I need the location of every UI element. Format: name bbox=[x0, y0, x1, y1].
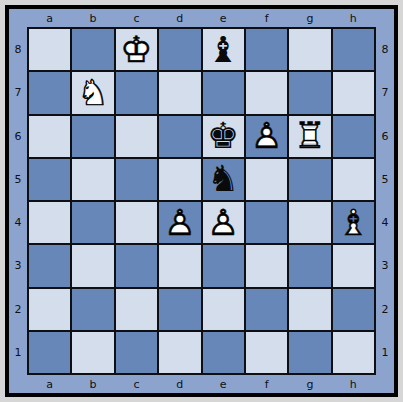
square-d4[interactable]: ♟♙ bbox=[159, 202, 200, 243]
square-f6[interactable]: ♟♙ bbox=[246, 116, 287, 157]
square-b7[interactable]: ♞♘ bbox=[72, 72, 113, 113]
square-c1[interactable] bbox=[116, 332, 157, 373]
square-c6[interactable] bbox=[116, 116, 157, 157]
rank-label: 1 bbox=[9, 332, 27, 373]
square-b8[interactable] bbox=[72, 29, 113, 70]
square-g1[interactable] bbox=[289, 332, 330, 373]
square-f5[interactable] bbox=[246, 159, 287, 200]
file-label: b bbox=[72, 9, 113, 27]
rank-label: 6 bbox=[9, 116, 27, 157]
white-pawn[interactable]: ♙ bbox=[203, 205, 244, 241]
square-f7[interactable] bbox=[246, 72, 287, 113]
square-c3[interactable] bbox=[116, 245, 157, 286]
black-bishop[interactable]: ♝ bbox=[203, 32, 244, 68]
square-g7[interactable] bbox=[289, 72, 330, 113]
square-a6[interactable] bbox=[29, 116, 70, 157]
rank-label: 3 bbox=[376, 245, 394, 286]
file-label: e bbox=[203, 375, 244, 393]
square-b3[interactable] bbox=[72, 245, 113, 286]
square-e8[interactable]: ♝ bbox=[203, 29, 244, 70]
white-rook[interactable]: ♖ bbox=[289, 118, 330, 154]
square-d6[interactable] bbox=[159, 116, 200, 157]
square-b6[interactable] bbox=[72, 116, 113, 157]
black-king[interactable]: ♚ bbox=[203, 118, 244, 154]
square-e1[interactable] bbox=[203, 332, 244, 373]
file-label: d bbox=[159, 375, 200, 393]
file-label: h bbox=[333, 9, 374, 27]
square-g2[interactable] bbox=[289, 289, 330, 330]
square-d2[interactable] bbox=[159, 289, 200, 330]
rank-label: 1 bbox=[376, 332, 394, 373]
file-labels-bottom: a b c d e f g h bbox=[29, 375, 374, 393]
white-knight-fill: ♞ bbox=[72, 75, 113, 111]
square-a5[interactable] bbox=[29, 159, 70, 200]
file-label: f bbox=[246, 9, 287, 27]
square-h1[interactable] bbox=[333, 332, 374, 373]
square-h6[interactable] bbox=[333, 116, 374, 157]
file-label: b bbox=[72, 375, 113, 393]
square-g6[interactable]: ♜♖ bbox=[289, 116, 330, 157]
coordinate-band: a b c d e f g h a b c d e f g h 8 bbox=[9, 9, 394, 393]
square-b4[interactable] bbox=[72, 202, 113, 243]
square-e4[interactable]: ♟♙ bbox=[203, 202, 244, 243]
square-h4[interactable]: ♝♗ bbox=[333, 202, 374, 243]
white-king[interactable]: ♔ bbox=[116, 32, 157, 68]
square-g5[interactable] bbox=[289, 159, 330, 200]
square-h3[interactable] bbox=[333, 245, 374, 286]
rank-label: 5 bbox=[376, 159, 394, 200]
rank-labels-right: 8 7 6 5 4 3 2 1 bbox=[376, 29, 394, 373]
rank-label: 6 bbox=[376, 116, 394, 157]
square-b5[interactable] bbox=[72, 159, 113, 200]
square-c5[interactable] bbox=[116, 159, 157, 200]
square-g4[interactable] bbox=[289, 202, 330, 243]
white-pawn-fill: ♟ bbox=[246, 118, 287, 154]
chess-diagram: a b c d e f g h a b c d e f g h 8 bbox=[0, 0, 403, 402]
file-label: c bbox=[116, 9, 157, 27]
white-knight[interactable]: ♘ bbox=[72, 75, 113, 111]
square-b2[interactable] bbox=[72, 289, 113, 330]
square-a8[interactable] bbox=[29, 29, 70, 70]
white-bishop[interactable]: ♗ bbox=[333, 205, 374, 241]
file-label: g bbox=[289, 9, 330, 27]
square-c8[interactable]: ♚♔ bbox=[116, 29, 157, 70]
square-f8[interactable] bbox=[246, 29, 287, 70]
square-h7[interactable] bbox=[333, 72, 374, 113]
square-c4[interactable] bbox=[116, 202, 157, 243]
rank-labels-left: 8 7 6 5 4 3 2 1 bbox=[9, 29, 27, 373]
square-c7[interactable] bbox=[116, 72, 157, 113]
white-rook-fill: ♜ bbox=[289, 118, 330, 154]
board-frame: a b c d e f g h a b c d e f g h 8 bbox=[5, 5, 398, 397]
file-labels-top: a b c d e f g h bbox=[29, 9, 374, 27]
rank-label: 8 bbox=[9, 29, 27, 70]
square-f1[interactable] bbox=[246, 332, 287, 373]
square-a7[interactable] bbox=[29, 72, 70, 113]
square-d1[interactable] bbox=[159, 332, 200, 373]
square-h8[interactable] bbox=[333, 29, 374, 70]
file-label: a bbox=[29, 9, 70, 27]
black-knight[interactable]: ♞ bbox=[203, 161, 244, 197]
square-a4[interactable] bbox=[29, 202, 70, 243]
square-e2[interactable] bbox=[203, 289, 244, 330]
rank-label: 4 bbox=[376, 202, 394, 243]
square-g8[interactable] bbox=[289, 29, 330, 70]
square-c2[interactable] bbox=[116, 289, 157, 330]
white-pawn[interactable]: ♙ bbox=[246, 118, 287, 154]
square-e6[interactable]: ♚ bbox=[203, 116, 244, 157]
square-a1[interactable] bbox=[29, 332, 70, 373]
rank-label: 7 bbox=[9, 72, 27, 113]
white-pawn-fill: ♟ bbox=[203, 205, 244, 241]
rank-label: 5 bbox=[9, 159, 27, 200]
file-label: g bbox=[289, 375, 330, 393]
white-king-fill: ♚ bbox=[116, 32, 157, 68]
square-f2[interactable] bbox=[246, 289, 287, 330]
square-e7[interactable] bbox=[203, 72, 244, 113]
file-label: c bbox=[116, 375, 157, 393]
board: ♚♔♝♞♘♚♟♙♜♖♞♟♙♟♙♝♗ bbox=[27, 27, 376, 375]
rank-label: 7 bbox=[376, 72, 394, 113]
square-g3[interactable] bbox=[289, 245, 330, 286]
file-label: f bbox=[246, 375, 287, 393]
square-h5[interactable] bbox=[333, 159, 374, 200]
square-f3[interactable] bbox=[246, 245, 287, 286]
square-d8[interactable] bbox=[159, 29, 200, 70]
file-label: h bbox=[333, 375, 374, 393]
square-a3[interactable] bbox=[29, 245, 70, 286]
file-label: e bbox=[203, 9, 244, 27]
square-h2[interactable] bbox=[333, 289, 374, 330]
square-d7[interactable] bbox=[159, 72, 200, 113]
square-b1[interactable] bbox=[72, 332, 113, 373]
white-bishop-fill: ♝ bbox=[333, 205, 374, 241]
rank-label: 2 bbox=[9, 289, 27, 330]
white-pawn-fill: ♟ bbox=[159, 205, 200, 241]
square-e5[interactable]: ♞ bbox=[203, 159, 244, 200]
rank-label: 2 bbox=[376, 289, 394, 330]
file-label: d bbox=[159, 9, 200, 27]
square-e3[interactable] bbox=[203, 245, 244, 286]
rank-label: 8 bbox=[376, 29, 394, 70]
square-a2[interactable] bbox=[29, 289, 70, 330]
rank-label: 4 bbox=[9, 202, 27, 243]
rank-label: 3 bbox=[9, 245, 27, 286]
white-pawn[interactable]: ♙ bbox=[159, 205, 200, 241]
square-f4[interactable] bbox=[246, 202, 287, 243]
square-d5[interactable] bbox=[159, 159, 200, 200]
square-d3[interactable] bbox=[159, 245, 200, 286]
file-label: a bbox=[29, 375, 70, 393]
